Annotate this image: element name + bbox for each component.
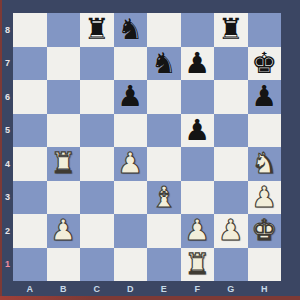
chess-board: ♜♞♜♞♟♚♟♟♟♜♟♞♝♟♟♟♟♚♜ [13, 13, 281, 281]
square-g1[interactable] [214, 248, 248, 282]
rank-label-5: 5 [2, 114, 13, 148]
square-d1[interactable] [114, 248, 148, 282]
black-knight-e7[interactable]: ♞ [151, 47, 177, 81]
rank-label-3: 3 [2, 181, 13, 215]
board-frame-bottom-edge [0, 296, 300, 300]
file-label-h: H [248, 281, 282, 296]
black-pawn-f5[interactable]: ♟ [184, 114, 210, 148]
square-b6[interactable] [47, 80, 81, 114]
square-f7[interactable]: ♟ [181, 47, 215, 81]
black-knight-d8[interactable]: ♞ [117, 13, 143, 47]
square-h8[interactable] [248, 13, 282, 47]
file-label-d: D [114, 281, 148, 296]
square-d6[interactable]: ♟ [114, 80, 148, 114]
square-f8[interactable] [181, 13, 215, 47]
square-a7[interactable] [13, 47, 47, 81]
square-b3[interactable] [47, 181, 81, 215]
square-c6[interactable] [80, 80, 114, 114]
square-a8[interactable] [13, 13, 47, 47]
square-c5[interactable] [80, 114, 114, 148]
square-b1[interactable] [47, 248, 81, 282]
square-g7[interactable] [214, 47, 248, 81]
white-rook-f1[interactable]: ♜ [184, 248, 210, 282]
square-h2[interactable]: ♚ [248, 214, 282, 248]
white-pawn-h3[interactable]: ♟ [251, 181, 277, 215]
square-e1[interactable] [147, 248, 181, 282]
square-b4[interactable]: ♜ [47, 147, 81, 181]
square-a5[interactable] [13, 114, 47, 148]
square-e8[interactable] [147, 13, 181, 47]
white-pawn-b2[interactable]: ♟ [50, 214, 76, 248]
black-rook-g8[interactable]: ♜ [218, 13, 244, 47]
square-h5[interactable] [248, 114, 282, 148]
rank-label-4: 4 [2, 147, 13, 181]
white-knight-h4[interactable]: ♞ [251, 147, 277, 181]
square-h7[interactable]: ♚ [248, 47, 282, 81]
square-a4[interactable] [13, 147, 47, 181]
white-bishop-e3[interactable]: ♝ [151, 181, 177, 215]
white-pawn-d4[interactable]: ♟ [117, 147, 143, 181]
rank-labels: 87654321 [2, 13, 13, 281]
square-f3[interactable] [181, 181, 215, 215]
file-label-b: B [47, 281, 81, 296]
square-e4[interactable] [147, 147, 181, 181]
square-h6[interactable]: ♟ [248, 80, 282, 114]
white-rook-b4[interactable]: ♜ [50, 147, 76, 181]
rank-label-6: 6 [2, 80, 13, 114]
square-e3[interactable]: ♝ [147, 181, 181, 215]
square-d4[interactable]: ♟ [114, 147, 148, 181]
file-label-c: C [80, 281, 114, 296]
square-a3[interactable] [13, 181, 47, 215]
square-h1[interactable] [248, 248, 282, 282]
square-c1[interactable] [80, 248, 114, 282]
square-e2[interactable] [147, 214, 181, 248]
file-labels: ABCDEFGH [13, 281, 281, 296]
square-a6[interactable] [13, 80, 47, 114]
square-d5[interactable] [114, 114, 148, 148]
square-d8[interactable]: ♞ [114, 13, 148, 47]
square-c3[interactable] [80, 181, 114, 215]
white-king-h2[interactable]: ♚ [251, 214, 277, 248]
square-e5[interactable] [147, 114, 181, 148]
black-pawn-d6[interactable]: ♟ [117, 80, 143, 114]
square-f1[interactable]: ♜ [181, 248, 215, 282]
square-a1[interactable] [13, 248, 47, 282]
square-g5[interactable] [214, 114, 248, 148]
square-d3[interactable] [114, 181, 148, 215]
square-d2[interactable] [114, 214, 148, 248]
square-c4[interactable] [80, 147, 114, 181]
square-b5[interactable] [47, 114, 81, 148]
file-label-e: E [147, 281, 181, 296]
white-pawn-g2[interactable]: ♟ [218, 214, 244, 248]
square-h4[interactable]: ♞ [248, 147, 282, 181]
square-h3[interactable]: ♟ [248, 181, 282, 215]
square-g8[interactable]: ♜ [214, 13, 248, 47]
rank-label-7: 7 [2, 47, 13, 81]
square-b7[interactable] [47, 47, 81, 81]
white-pawn-f2[interactable]: ♟ [184, 214, 210, 248]
square-f4[interactable] [181, 147, 215, 181]
square-a2[interactable] [13, 214, 47, 248]
square-c7[interactable] [80, 47, 114, 81]
square-g4[interactable] [214, 147, 248, 181]
square-f6[interactable] [181, 80, 215, 114]
black-pawn-h6[interactable]: ♟ [251, 80, 277, 114]
black-pawn-f7[interactable]: ♟ [184, 47, 210, 81]
square-g3[interactable] [214, 181, 248, 215]
chess-diagram: 87654321 ♜♞♜♞♟♚♟♟♟♜♟♞♝♟♟♟♟♚♜ ABCDEFGH [0, 0, 300, 300]
square-f2[interactable]: ♟ [181, 214, 215, 248]
square-b2[interactable]: ♟ [47, 214, 81, 248]
file-label-g: G [214, 281, 248, 296]
square-d7[interactable] [114, 47, 148, 81]
square-b8[interactable] [47, 13, 81, 47]
rank-label-1: 1 [2, 248, 13, 282]
square-e6[interactable] [147, 80, 181, 114]
file-label-a: A [13, 281, 47, 296]
rank-label-8: 8 [2, 13, 13, 47]
square-c8[interactable]: ♜ [80, 13, 114, 47]
black-rook-c8[interactable]: ♜ [84, 13, 110, 47]
square-c2[interactable] [80, 214, 114, 248]
file-label-f: F [181, 281, 215, 296]
square-f5[interactable]: ♟ [181, 114, 215, 148]
black-king-h7[interactable]: ♚ [251, 47, 277, 81]
square-e7[interactable]: ♞ [147, 47, 181, 81]
square-g6[interactable] [214, 80, 248, 114]
rank-label-2: 2 [2, 214, 13, 248]
square-g2[interactable]: ♟ [214, 214, 248, 248]
